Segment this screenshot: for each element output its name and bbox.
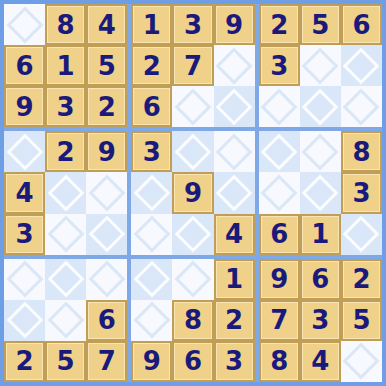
cell-r4c9[interactable]: 8	[341, 131, 382, 172]
cell-r1c8[interactable]: 5	[300, 4, 341, 45]
cell-r7c5[interactable]	[172, 259, 213, 300]
cell-r9c1[interactable]: 2	[4, 341, 45, 382]
diamond-outline-icon	[302, 133, 339, 170]
cell-r8c1[interactable]	[4, 300, 45, 341]
diamond-outline-icon	[343, 343, 380, 380]
diamond-outline-icon	[216, 133, 253, 170]
cell-r2c3[interactable]: 5	[86, 45, 127, 86]
diamond-outline-icon	[261, 175, 298, 212]
cell-r9c2[interactable]: 5	[45, 341, 86, 382]
diamond-outline-icon	[6, 261, 43, 298]
cell-r7c4[interactable]	[131, 259, 172, 300]
cell-r5c1[interactable]: 4	[4, 172, 45, 213]
diamond-outline-icon	[302, 88, 339, 125]
diamond-outline-icon	[302, 175, 339, 212]
diamond-outline-icon	[133, 175, 170, 212]
cell-r5c2[interactable]	[45, 172, 86, 213]
cell-r3c4[interactable]: 6	[131, 86, 172, 127]
cell-r8c4[interactable]	[131, 300, 172, 341]
cell-r7c3[interactable]	[86, 259, 127, 300]
cell-r9c7[interactable]: 8	[259, 341, 300, 382]
diamond-outline-icon	[6, 6, 43, 43]
cell-r1c1[interactable]	[4, 4, 45, 45]
cell-r9c4[interactable]: 9	[131, 341, 172, 382]
cell-r8c6[interactable]: 2	[214, 300, 255, 341]
diamond-outline-icon	[343, 216, 380, 253]
cell-r8c8[interactable]: 3	[300, 300, 341, 341]
cell-r3c5[interactable]	[172, 86, 213, 127]
cell-r2c5[interactable]: 7	[172, 45, 213, 86]
cell-r2c2[interactable]: 1	[45, 45, 86, 86]
cell-r6c7[interactable]: 6	[259, 214, 300, 255]
cell-r7c8[interactable]: 6	[300, 259, 341, 300]
cell-r9c5[interactable]: 6	[172, 341, 213, 382]
cell-r4c6[interactable]	[214, 131, 255, 172]
cell-r4c5[interactable]	[172, 131, 213, 172]
cell-r1c4[interactable]: 1	[131, 4, 172, 45]
cell-r3c7[interactable]	[259, 86, 300, 127]
cell-r9c8[interactable]: 4	[300, 341, 341, 382]
cell-r4c2[interactable]: 2	[45, 131, 86, 172]
diamond-outline-icon	[133, 302, 170, 339]
cell-r8c2[interactable]	[45, 300, 86, 341]
cell-r5c6[interactable]	[214, 172, 255, 213]
cell-r1c3[interactable]: 4	[86, 4, 127, 45]
diamond-outline-icon	[133, 261, 170, 298]
cell-r2c7[interactable]: 3	[259, 45, 300, 86]
diamond-outline-icon	[261, 133, 298, 170]
cell-r6c5[interactable]	[172, 214, 213, 255]
cell-r4c4[interactable]: 3	[131, 131, 172, 172]
cell-r8c7[interactable]: 7	[259, 300, 300, 341]
cell-r3c3[interactable]: 2	[86, 86, 127, 127]
diamond-outline-icon	[47, 216, 84, 253]
cell-r3c9[interactable]	[341, 86, 382, 127]
cell-r7c9[interactable]: 2	[341, 259, 382, 300]
cell-r8c5[interactable]: 8	[172, 300, 213, 341]
cell-r8c9[interactable]: 5	[341, 300, 382, 341]
diamond-outline-icon	[175, 216, 212, 253]
cell-r5c5[interactable]: 9	[172, 172, 213, 213]
cell-r6c3[interactable]	[86, 214, 127, 255]
diamond-outline-icon	[6, 302, 43, 339]
diamond-outline-icon	[47, 175, 84, 212]
diamond-outline-icon	[47, 261, 84, 298]
sudoku-board: 8413925661527393262938493346119626827352…	[0, 0, 386, 386]
cell-r1c2[interactable]: 8	[45, 4, 86, 45]
cell-r4c7[interactable]	[259, 131, 300, 172]
diamond-outline-icon	[88, 261, 125, 298]
cell-r5c3[interactable]	[86, 172, 127, 213]
cell-r1c6[interactable]: 9	[214, 4, 255, 45]
cell-r7c7[interactable]: 9	[259, 259, 300, 300]
cell-r9c9[interactable]	[341, 341, 382, 382]
cell-r1c5[interactable]: 3	[172, 4, 213, 45]
cell-r5c7[interactable]	[259, 172, 300, 213]
cell-r2c1[interactable]: 6	[4, 45, 45, 86]
diamond-outline-icon	[175, 261, 212, 298]
cell-r6c8[interactable]: 1	[300, 214, 341, 255]
cell-r9c6[interactable]: 3	[214, 341, 255, 382]
cell-r4c1[interactable]	[4, 131, 45, 172]
cell-r6c1[interactable]: 3	[4, 214, 45, 255]
cell-r8c3[interactable]: 6	[86, 300, 127, 341]
diamond-outline-icon	[343, 88, 380, 125]
diamond-outline-icon	[6, 133, 43, 170]
diamond-outline-icon	[133, 216, 170, 253]
cell-r6c9[interactable]	[341, 214, 382, 255]
diamond-outline-icon	[175, 88, 212, 125]
cell-r3c1[interactable]: 9	[4, 86, 45, 127]
cell-r1c9[interactable]: 6	[341, 4, 382, 45]
cell-r5c8[interactable]	[300, 172, 341, 213]
cell-r6c6[interactable]: 4	[214, 214, 255, 255]
cell-r1c7[interactable]: 2	[259, 4, 300, 45]
cell-r6c2[interactable]	[45, 214, 86, 255]
cell-r9c3[interactable]: 7	[86, 341, 127, 382]
diamond-outline-icon	[216, 175, 253, 212]
cell-r4c3[interactable]: 9	[86, 131, 127, 172]
diamond-outline-icon	[343, 47, 380, 84]
diamond-outline-icon	[88, 175, 125, 212]
diamond-outline-icon	[47, 302, 84, 339]
cell-r2c8[interactable]	[300, 45, 341, 86]
cell-r7c6[interactable]: 1	[214, 259, 255, 300]
cell-r2c9[interactable]	[341, 45, 382, 86]
diamond-outline-icon	[216, 47, 253, 84]
cell-r5c9[interactable]: 3	[341, 172, 382, 213]
diamond-outline-icon	[175, 133, 212, 170]
diamond-outline-icon	[302, 47, 339, 84]
cell-r3c2[interactable]: 3	[45, 86, 86, 127]
diamond-outline-icon	[261, 88, 298, 125]
diamond-outline-icon	[216, 88, 253, 125]
diamond-outline-icon	[88, 216, 125, 253]
cell-r7c2[interactable]	[45, 259, 86, 300]
cell-r5c4[interactable]	[131, 172, 172, 213]
cell-r2c4[interactable]: 2	[131, 45, 172, 86]
cell-r6c4[interactable]	[131, 214, 172, 255]
cell-r4c8[interactable]	[300, 131, 341, 172]
cell-r7c1[interactable]	[4, 259, 45, 300]
cell-r3c6[interactable]	[214, 86, 255, 127]
cell-r2c6[interactable]	[214, 45, 255, 86]
cell-r3c8[interactable]	[300, 86, 341, 127]
